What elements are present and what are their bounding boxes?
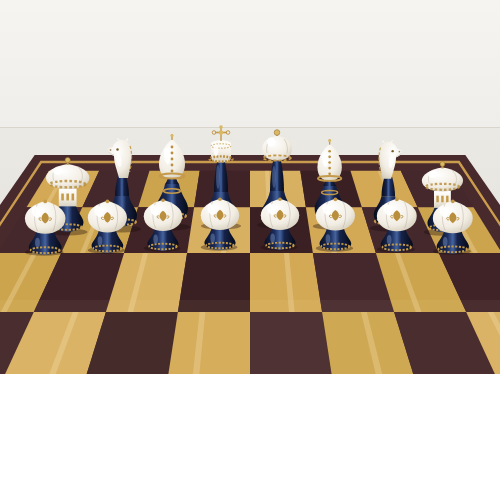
piece-pawn[interactable] — [374, 196, 420, 253]
piece-pawn[interactable] — [313, 196, 358, 252]
piece-pawn[interactable] — [430, 198, 476, 255]
piece-pawn[interactable] — [22, 198, 68, 256]
photo-letterbox — [0, 374, 500, 500]
pieces-layer — [0, 0, 500, 374]
piece-pawn[interactable] — [258, 196, 302, 251]
piece-pawn[interactable] — [198, 196, 242, 251]
piece-pawn[interactable] — [141, 197, 185, 252]
piece-pawn[interactable] — [85, 198, 130, 254]
photo-canvas — [0, 0, 500, 500]
